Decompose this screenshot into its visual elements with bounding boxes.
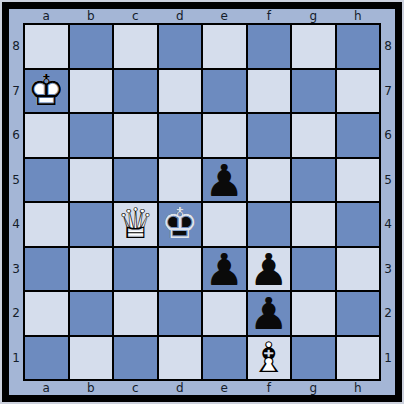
rank-label-4: 4 <box>381 203 395 246</box>
square-h1[interactable] <box>337 337 380 380</box>
square-b3[interactable] <box>70 248 113 291</box>
board-layout: abcdefgh 87654321 ♚♔♟♛♕♚♔♟♟♟♝♗ 87654321 … <box>9 9 395 395</box>
black-pawn[interactable]: ♟ <box>203 159 246 202</box>
rank-label-1: 1 <box>381 337 395 380</box>
square-c4[interactable]: ♛♕ <box>114 203 157 246</box>
square-a3[interactable] <box>25 248 68 291</box>
rank-label-5: 5 <box>9 159 23 202</box>
square-b6[interactable] <box>70 114 113 157</box>
file-label-a: a <box>25 9 68 23</box>
file-label-h: h <box>337 381 380 395</box>
square-g1[interactable] <box>292 337 335 380</box>
square-f7[interactable] <box>248 70 291 113</box>
rank-label-6: 6 <box>381 114 395 157</box>
square-h2[interactable] <box>337 292 380 335</box>
square-a1[interactable] <box>25 337 68 380</box>
rank-label-5: 5 <box>381 159 395 202</box>
square-a2[interactable] <box>25 292 68 335</box>
square-f5[interactable] <box>248 159 291 202</box>
square-d4[interactable]: ♚♔ <box>159 203 202 246</box>
square-a5[interactable] <box>25 159 68 202</box>
chess-board: ♚♔♟♛♕♚♔♟♟♟♝♗ <box>23 23 381 381</box>
file-label-e: e <box>203 381 246 395</box>
square-d2[interactable] <box>159 292 202 335</box>
white-bishop-outline: ♗ <box>250 337 288 379</box>
square-d5[interactable] <box>159 159 202 202</box>
rank-label-4: 4 <box>9 203 23 246</box>
rank-label-2: 2 <box>381 292 395 335</box>
rank-label-3: 3 <box>9 248 23 291</box>
square-h7[interactable] <box>337 70 380 113</box>
square-d3[interactable] <box>159 248 202 291</box>
corner-bottom-right <box>381 381 395 395</box>
file-label-c: c <box>114 9 157 23</box>
file-label-g: g <box>292 9 335 23</box>
square-h8[interactable] <box>337 25 380 68</box>
square-g6[interactable] <box>292 114 335 157</box>
square-e7[interactable] <box>203 70 246 113</box>
file-label-f: f <box>248 9 291 23</box>
file-label-h: h <box>337 9 380 23</box>
file-label-f: f <box>248 381 291 395</box>
square-g7[interactable] <box>292 70 335 113</box>
black-king[interactable]: ♚♔ <box>159 203 202 246</box>
black-king-outline: ♔ <box>161 203 199 245</box>
square-f8[interactable] <box>248 25 291 68</box>
square-e8[interactable] <box>203 25 246 68</box>
square-e1[interactable] <box>203 337 246 380</box>
rank-label-8: 8 <box>381 25 395 68</box>
black-pawn[interactable]: ♟ <box>248 248 291 291</box>
square-c1[interactable] <box>114 337 157 380</box>
file-label-a: a <box>25 381 68 395</box>
square-b2[interactable] <box>70 292 113 335</box>
square-a7[interactable]: ♚♔ <box>25 70 68 113</box>
square-b7[interactable] <box>70 70 113 113</box>
white-bishop[interactable]: ♝♗ <box>248 337 291 380</box>
file-label-e: e <box>203 9 246 23</box>
square-d7[interactable] <box>159 70 202 113</box>
file-label-g: g <box>292 381 335 395</box>
square-f1[interactable]: ♝♗ <box>248 337 291 380</box>
square-g3[interactable] <box>292 248 335 291</box>
square-e5[interactable]: ♟ <box>203 159 246 202</box>
square-h3[interactable] <box>337 248 380 291</box>
rank-label-7: 7 <box>9 70 23 113</box>
white-king[interactable]: ♚♔ <box>25 70 68 113</box>
rank-label-2: 2 <box>9 292 23 335</box>
black-pawn-glyph: ♟ <box>205 159 244 203</box>
square-e3[interactable]: ♟ <box>203 248 246 291</box>
rank-labels-left: 87654321 <box>9 23 23 381</box>
square-c7[interactable] <box>114 70 157 113</box>
white-king-outline: ♔ <box>27 70 65 112</box>
file-labels-top: abcdefgh <box>23 9 381 23</box>
square-c3[interactable] <box>114 248 157 291</box>
rank-label-7: 7 <box>381 70 395 113</box>
square-h5[interactable] <box>337 159 380 202</box>
square-f4[interactable] <box>248 203 291 246</box>
square-h6[interactable] <box>337 114 380 157</box>
square-c8[interactable] <box>114 25 157 68</box>
square-d1[interactable] <box>159 337 202 380</box>
corner-top-left <box>9 9 23 23</box>
square-c5[interactable] <box>114 159 157 202</box>
board-frame: abcdefgh 87654321 ♚♔♟♛♕♚♔♟♟♟♝♗ 87654321 … <box>2 2 402 402</box>
file-label-c: c <box>114 381 157 395</box>
square-c6[interactable] <box>114 114 157 157</box>
white-queen-outline: ♕ <box>116 203 154 245</box>
square-g2[interactable] <box>292 292 335 335</box>
square-f6[interactable] <box>248 114 291 157</box>
corner-bottom-left <box>9 381 23 395</box>
square-b5[interactable] <box>70 159 113 202</box>
square-b1[interactable] <box>70 337 113 380</box>
square-e6[interactable] <box>203 114 246 157</box>
file-label-d: d <box>159 381 202 395</box>
file-labels-bottom: abcdefgh <box>23 381 381 395</box>
square-f2[interactable]: ♟ <box>248 292 291 335</box>
square-g4[interactable] <box>292 203 335 246</box>
square-c2[interactable] <box>114 292 157 335</box>
square-a4[interactable] <box>25 203 68 246</box>
square-e4[interactable] <box>203 203 246 246</box>
square-d8[interactable] <box>159 25 202 68</box>
square-g5[interactable] <box>292 159 335 202</box>
rank-label-8: 8 <box>9 25 23 68</box>
corner-top-right <box>381 9 395 23</box>
square-d6[interactable] <box>159 114 202 157</box>
square-b4[interactable] <box>70 203 113 246</box>
rank-labels-right: 87654321 <box>381 23 395 381</box>
white-queen[interactable]: ♛♕ <box>114 203 157 246</box>
rank-label-3: 3 <box>381 248 395 291</box>
black-pawn-glyph: ♟ <box>205 248 244 292</box>
file-label-b: b <box>70 381 113 395</box>
diagram-outer-margin: abcdefgh 87654321 ♚♔♟♛♕♚♔♟♟♟♝♗ 87654321 … <box>0 0 404 404</box>
square-g8[interactable] <box>292 25 335 68</box>
file-label-b: b <box>70 9 113 23</box>
black-pawn[interactable]: ♟ <box>203 248 246 291</box>
square-h4[interactable] <box>337 203 380 246</box>
black-pawn-glyph: ♟ <box>249 248 288 292</box>
square-a8[interactable] <box>25 25 68 68</box>
black-pawn-glyph: ♟ <box>249 292 288 336</box>
rank-label-6: 6 <box>9 114 23 157</box>
square-e2[interactable] <box>203 292 246 335</box>
black-pawn[interactable]: ♟ <box>248 292 291 335</box>
square-f3[interactable]: ♟ <box>248 248 291 291</box>
rank-label-1: 1 <box>9 337 23 380</box>
file-label-d: d <box>159 9 202 23</box>
square-b8[interactable] <box>70 25 113 68</box>
square-a6[interactable] <box>25 114 68 157</box>
